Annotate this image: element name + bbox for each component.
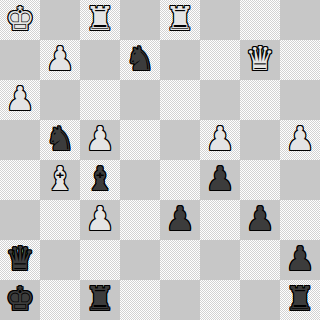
square-f2[interactable] bbox=[200, 240, 240, 280]
square-h3[interactable] bbox=[280, 200, 320, 240]
square-d7[interactable]: ♞ bbox=[120, 40, 160, 80]
black-pawn-f4: ♟ bbox=[205, 160, 235, 199]
square-f1[interactable] bbox=[200, 280, 240, 320]
square-b8[interactable] bbox=[40, 0, 80, 40]
square-g4[interactable] bbox=[240, 160, 280, 200]
black-bishop-c4: ♝ bbox=[85, 160, 115, 199]
square-b1[interactable] bbox=[40, 280, 80, 320]
square-h8[interactable] bbox=[280, 0, 320, 40]
square-a4[interactable] bbox=[0, 160, 40, 200]
square-a6[interactable]: ♟ bbox=[0, 80, 40, 120]
square-g3[interactable]: ♟ bbox=[240, 200, 280, 240]
square-d8[interactable] bbox=[120, 0, 160, 40]
white-bishop-b4: ♝ bbox=[45, 160, 75, 199]
square-a1[interactable]: ♚ bbox=[0, 280, 40, 320]
square-g7[interactable]: ♛ bbox=[240, 40, 280, 80]
square-e5[interactable] bbox=[160, 120, 200, 160]
square-c6[interactable] bbox=[80, 80, 120, 120]
square-g1[interactable] bbox=[240, 280, 280, 320]
square-b4[interactable]: ♝ bbox=[40, 160, 80, 200]
square-h7[interactable] bbox=[280, 40, 320, 80]
black-knight-b5: ♞ bbox=[45, 120, 75, 159]
black-king-a1: ♚ bbox=[5, 280, 35, 319]
square-e2[interactable] bbox=[160, 240, 200, 280]
square-d4[interactable] bbox=[120, 160, 160, 200]
white-pawn-b7: ♟ bbox=[45, 40, 75, 79]
square-b6[interactable] bbox=[40, 80, 80, 120]
square-h5[interactable]: ♟ bbox=[280, 120, 320, 160]
square-d2[interactable] bbox=[120, 240, 160, 280]
square-h1[interactable]: ♜ bbox=[280, 280, 320, 320]
square-e1[interactable] bbox=[160, 280, 200, 320]
square-f6[interactable] bbox=[200, 80, 240, 120]
white-pawn-a6: ♟ bbox=[5, 80, 35, 119]
square-b7[interactable]: ♟ bbox=[40, 40, 80, 80]
black-rook-h1: ♜ bbox=[285, 280, 315, 319]
white-king-a8: ♚ bbox=[5, 0, 35, 39]
square-f4[interactable]: ♟ bbox=[200, 160, 240, 200]
square-f7[interactable] bbox=[200, 40, 240, 80]
black-pawn-g3: ♟ bbox=[245, 200, 275, 239]
square-f5[interactable]: ♟ bbox=[200, 120, 240, 160]
square-c5[interactable]: ♟ bbox=[80, 120, 120, 160]
white-pawn-c5: ♟ bbox=[85, 120, 115, 159]
square-c8[interactable]: ♜ bbox=[80, 0, 120, 40]
square-g6[interactable] bbox=[240, 80, 280, 120]
square-a7[interactable] bbox=[0, 40, 40, 80]
black-pawn-e3: ♟ bbox=[165, 200, 195, 239]
square-a2[interactable]: ♛ bbox=[0, 240, 40, 280]
square-a8[interactable]: ♚ bbox=[0, 0, 40, 40]
square-b3[interactable] bbox=[40, 200, 80, 240]
black-pawn-h2: ♟ bbox=[285, 240, 315, 279]
square-c1[interactable]: ♜ bbox=[80, 280, 120, 320]
square-c2[interactable] bbox=[80, 240, 120, 280]
square-e6[interactable] bbox=[160, 80, 200, 120]
square-h6[interactable] bbox=[280, 80, 320, 120]
square-g5[interactable] bbox=[240, 120, 280, 160]
square-g2[interactable] bbox=[240, 240, 280, 280]
square-b2[interactable] bbox=[40, 240, 80, 280]
white-pawn-c3: ♟ bbox=[85, 200, 115, 239]
chess-board: ♚♜♜♟♞♛♟♞♟♟♟♝♝♟♟♟♟♛♟♚♜♜ bbox=[0, 0, 320, 320]
black-rook-c1: ♜ bbox=[85, 280, 115, 319]
square-c7[interactable] bbox=[80, 40, 120, 80]
square-h2[interactable]: ♟ bbox=[280, 240, 320, 280]
black-queen-a2: ♛ bbox=[5, 240, 35, 279]
square-d6[interactable] bbox=[120, 80, 160, 120]
square-d5[interactable] bbox=[120, 120, 160, 160]
square-c3[interactable]: ♟ bbox=[80, 200, 120, 240]
square-e3[interactable]: ♟ bbox=[160, 200, 200, 240]
white-rook-e8: ♜ bbox=[165, 0, 195, 39]
white-rook-c8: ♜ bbox=[85, 0, 115, 39]
square-d3[interactable] bbox=[120, 200, 160, 240]
black-knight-d7: ♞ bbox=[125, 40, 155, 79]
square-e7[interactable] bbox=[160, 40, 200, 80]
square-c4[interactable]: ♝ bbox=[80, 160, 120, 200]
square-f3[interactable] bbox=[200, 200, 240, 240]
square-e4[interactable] bbox=[160, 160, 200, 200]
white-queen-g7: ♛ bbox=[245, 40, 275, 79]
square-b5[interactable]: ♞ bbox=[40, 120, 80, 160]
square-a5[interactable] bbox=[0, 120, 40, 160]
square-g8[interactable] bbox=[240, 0, 280, 40]
square-f8[interactable] bbox=[200, 0, 240, 40]
white-pawn-h5: ♟ bbox=[285, 120, 315, 159]
square-h4[interactable] bbox=[280, 160, 320, 200]
square-a3[interactable] bbox=[0, 200, 40, 240]
square-e8[interactable]: ♜ bbox=[160, 0, 200, 40]
white-pawn-f5: ♟ bbox=[205, 120, 235, 159]
square-d1[interactable] bbox=[120, 280, 160, 320]
